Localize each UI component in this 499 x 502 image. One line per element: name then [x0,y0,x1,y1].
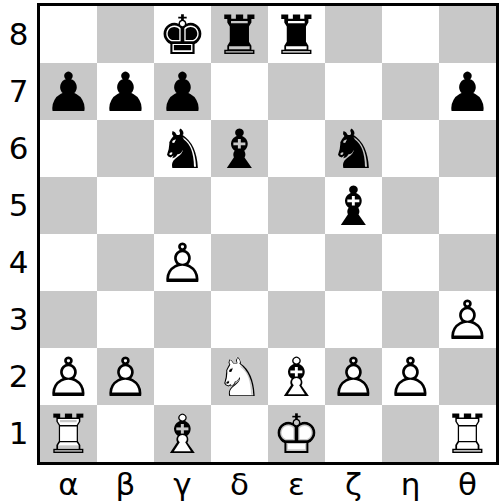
square-h7[interactable]: ♟ [439,63,496,120]
piece-black-knight[interactable]: ♞ [154,120,211,177]
square-a8[interactable] [40,6,97,63]
square-b6[interactable] [97,120,154,177]
file-label-g: η [382,465,439,502]
chess-diagram: 87654321 ♚♜♜♟♟♟♟♞♝♞♝♟♙♟♙♟♙♟♙♞♘♝♗♟♙♟♙♜♖♝♗… [0,3,499,502]
black-knight-glyph: ♞ [325,121,382,178]
square-g4[interactable] [382,234,439,291]
white-rook-outline-glyph: ♖ [40,406,97,463]
square-f6[interactable]: ♞ [325,120,382,177]
white-bishop-outline-glyph: ♗ [154,406,211,463]
piece-white-knight[interactable]: ♞♘ [211,348,268,405]
square-h2[interactable] [439,348,496,405]
piece-black-rook[interactable]: ♜ [268,6,325,63]
square-f5[interactable]: ♝ [325,177,382,234]
piece-black-king[interactable]: ♚ [154,6,211,63]
square-h5[interactable] [439,177,496,234]
square-a1[interactable]: ♜♖ [40,405,97,462]
square-f2[interactable]: ♟♙ [325,348,382,405]
black-bishop-glyph: ♝ [325,178,382,235]
square-d1[interactable] [211,405,268,462]
square-h6[interactable] [439,120,496,177]
square-d7[interactable] [211,63,268,120]
square-e8[interactable]: ♜ [268,6,325,63]
piece-black-pawn[interactable]: ♟ [97,63,154,120]
square-h8[interactable] [439,6,496,63]
piece-black-pawn[interactable]: ♟ [154,63,211,120]
square-g5[interactable] [382,177,439,234]
black-rook-glyph: ♜ [211,7,268,64]
piece-white-rook[interactable]: ♜♖ [40,405,97,462]
square-e2[interactable]: ♝♗ [268,348,325,405]
square-a6[interactable] [40,120,97,177]
file-label-f: ζ [325,465,382,502]
square-d8[interactable]: ♜ [211,6,268,63]
square-f7[interactable] [325,63,382,120]
rank-label-7: 7 [0,63,37,120]
square-g1[interactable] [382,405,439,462]
square-g2[interactable]: ♟♙ [382,348,439,405]
square-e6[interactable] [268,120,325,177]
corner-spacer [0,465,37,502]
square-b2[interactable]: ♟♙ [97,348,154,405]
file-label-d: δ [211,465,268,502]
square-b3[interactable] [97,291,154,348]
black-pawn-glyph: ♟ [97,64,154,121]
square-g3[interactable] [382,291,439,348]
piece-black-bishop[interactable]: ♝ [325,177,382,234]
square-d5[interactable] [211,177,268,234]
white-pawn-outline-glyph: ♙ [154,235,211,292]
piece-white-bishop[interactable]: ♝♗ [154,405,211,462]
square-b5[interactable] [97,177,154,234]
black-king-glyph: ♚ [154,7,211,64]
file-labels: αβγδεζηθ [37,465,499,502]
square-a5[interactable] [40,177,97,234]
white-bishop-outline-glyph: ♗ [268,349,325,406]
white-pawn-outline-glyph: ♙ [325,349,382,406]
square-c4[interactable]: ♟♙ [154,234,211,291]
rank-label-6: 6 [0,120,37,177]
square-c8[interactable]: ♚ [154,6,211,63]
chess-diagram-page: 87654321 ♚♜♜♟♟♟♟♞♝♞♝♟♙♟♙♟♙♟♙♞♘♝♗♟♙♟♙♜♖♝♗… [0,0,499,502]
piece-white-pawn[interactable]: ♟♙ [154,234,211,291]
black-pawn-glyph: ♟ [40,64,97,121]
piece-black-rook[interactable]: ♜ [211,6,268,63]
square-c5[interactable] [154,177,211,234]
rank-labels: 87654321 [0,3,37,465]
white-king-outline-glyph: ♔ [268,406,325,463]
rank-label-2: 2 [0,348,37,405]
square-e3[interactable] [268,291,325,348]
piece-black-bishop[interactable]: ♝ [211,120,268,177]
white-rook-outline-glyph: ♖ [439,406,496,463]
rank-label-1: 1 [0,405,37,462]
square-e4[interactable] [268,234,325,291]
square-f8[interactable] [325,6,382,63]
square-b1[interactable] [97,405,154,462]
square-a2[interactable]: ♟♙ [40,348,97,405]
square-d2[interactable]: ♞♘ [211,348,268,405]
square-b7[interactable]: ♟ [97,63,154,120]
square-h4[interactable] [439,234,496,291]
square-c2[interactable] [154,348,211,405]
square-d4[interactable] [211,234,268,291]
rank-label-4: 4 [0,234,37,291]
square-f4[interactable] [325,234,382,291]
square-b8[interactable] [97,6,154,63]
file-label-e: ε [268,465,325,502]
square-g7[interactable] [382,63,439,120]
white-pawn-outline-glyph: ♙ [382,349,439,406]
piece-white-pawn[interactable]: ♟♙ [382,348,439,405]
square-c6[interactable]: ♞ [154,120,211,177]
piece-white-pawn[interactable]: ♟♙ [40,348,97,405]
white-pawn-outline-glyph: ♙ [439,292,496,349]
square-h1[interactable]: ♜♖ [439,405,496,462]
black-pawn-glyph: ♟ [439,64,496,121]
file-label-c: γ [154,465,211,502]
square-h3[interactable]: ♟♙ [439,291,496,348]
piece-white-pawn[interactable]: ♟♙ [325,348,382,405]
square-c7[interactable]: ♟ [154,63,211,120]
square-c3[interactable] [154,291,211,348]
black-bishop-glyph: ♝ [211,121,268,178]
square-a3[interactable] [40,291,97,348]
square-b4[interactable] [97,234,154,291]
file-label-b: β [97,465,154,502]
file-label-h: θ [439,465,496,502]
square-f1[interactable] [325,405,382,462]
square-e5[interactable] [268,177,325,234]
square-c1[interactable]: ♝♗ [154,405,211,462]
square-a4[interactable] [40,234,97,291]
white-pawn-outline-glyph: ♙ [97,349,154,406]
piece-white-bishop[interactable]: ♝♗ [268,348,325,405]
piece-white-pawn[interactable]: ♟♙ [439,291,496,348]
square-g8[interactable] [382,6,439,63]
black-pawn-glyph: ♟ [154,64,211,121]
piece-black-pawn[interactable]: ♟ [439,63,496,120]
piece-white-pawn[interactable]: ♟♙ [97,348,154,405]
file-label-a: α [40,465,97,502]
piece-white-king[interactable]: ♚♔ [268,405,325,462]
piece-white-rook[interactable]: ♜♖ [439,405,496,462]
rank-label-8: 8 [0,6,37,63]
black-rook-glyph: ♜ [268,7,325,64]
white-pawn-outline-glyph: ♙ [40,349,97,406]
square-g6[interactable] [382,120,439,177]
square-d3[interactable] [211,291,268,348]
square-e7[interactable] [268,63,325,120]
square-a7[interactable]: ♟ [40,63,97,120]
piece-black-pawn[interactable]: ♟ [40,63,97,120]
square-d6[interactable]: ♝ [211,120,268,177]
black-knight-glyph: ♞ [154,121,211,178]
square-f3[interactable] [325,291,382,348]
rank-label-5: 5 [0,177,37,234]
piece-black-knight[interactable]: ♞ [325,120,382,177]
rank-label-3: 3 [0,291,37,348]
square-e1[interactable]: ♚♔ [268,405,325,462]
chess-board: ♚♜♜♟♟♟♟♞♝♞♝♟♙♟♙♟♙♟♙♞♘♝♗♟♙♟♙♜♖♝♗♚♔♜♖ [37,3,499,465]
white-knight-outline-glyph: ♘ [211,349,268,406]
